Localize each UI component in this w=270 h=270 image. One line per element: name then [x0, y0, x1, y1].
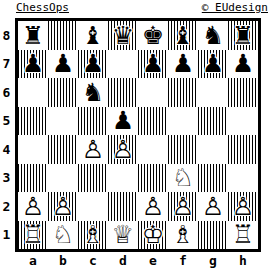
piece-halo: ♜	[18, 221, 48, 250]
square-a2[interactable]: ♟♙	[18, 192, 48, 221]
black-queen-piece: ♛	[108, 21, 138, 50]
white-queen-piece: ♕	[108, 221, 138, 250]
square-g3[interactable]	[198, 164, 228, 193]
piece-halo: ♜	[228, 21, 258, 50]
piece-halo: ♚	[138, 21, 168, 50]
rank-label-7: 7	[0, 50, 13, 79]
square-d6[interactable]	[108, 78, 138, 107]
black-pawn-piece: ♟	[198, 50, 228, 79]
square-b8[interactable]	[48, 21, 78, 50]
square-c1[interactable]: ♝♗	[78, 221, 108, 250]
square-e7[interactable]: ♟♟	[138, 50, 168, 79]
app-title: ChessOps	[16, 1, 69, 14]
rank-label-5: 5	[0, 107, 13, 136]
piece-halo: ♞	[78, 78, 108, 107]
square-g6[interactable]	[198, 78, 228, 107]
piece-halo: ♟	[228, 192, 258, 221]
square-b3[interactable]	[48, 164, 78, 193]
credit-text: © EUdesign	[202, 1, 268, 14]
piece-halo: ♟	[48, 192, 78, 221]
square-h6[interactable]	[228, 78, 258, 107]
white-pawn-piece: ♙	[138, 192, 168, 221]
file-label-a: a	[18, 253, 48, 268]
black-pawn-piece: ♟	[108, 107, 138, 136]
chess-board: ♜♜♝♝♛♛♚♚♝♝♞♞♜♜♟♟♟♟♟♟♟♟♟♟♟♟♟♟♞♞♟♟♟♙♟♙♞♘♟♙…	[18, 21, 258, 249]
piece-halo: ♟	[108, 107, 138, 136]
square-g4[interactable]	[198, 135, 228, 164]
square-c6[interactable]: ♞♞	[78, 78, 108, 107]
rank-label-1: 1	[0, 221, 13, 250]
square-d8[interactable]: ♛♛	[108, 21, 138, 50]
square-e3[interactable]	[138, 164, 168, 193]
square-b6[interactable]	[48, 78, 78, 107]
black-king-piece: ♚	[138, 21, 168, 50]
white-knight-piece: ♘	[48, 221, 78, 250]
square-e1[interactable]: ♚♔	[138, 221, 168, 250]
square-c3[interactable]	[78, 164, 108, 193]
white-pawn-piece: ♙	[228, 192, 258, 221]
square-h8[interactable]: ♜♜	[228, 21, 258, 50]
rank-label-2: 2	[0, 192, 13, 221]
white-rook-piece: ♖	[18, 221, 48, 250]
square-b1[interactable]: ♞♘	[48, 221, 78, 250]
piece-halo: ♟	[168, 192, 198, 221]
white-pawn-piece: ♙	[18, 192, 48, 221]
piece-halo: ♟	[198, 50, 228, 79]
square-a8[interactable]: ♜♜	[18, 21, 48, 50]
square-b5[interactable]	[48, 107, 78, 136]
square-f5[interactable]	[168, 107, 198, 136]
square-h1[interactable]: ♜♖	[228, 221, 258, 250]
piece-halo: ♟	[78, 50, 108, 79]
piece-halo: ♟	[48, 50, 78, 79]
piece-halo: ♟	[168, 50, 198, 79]
piece-halo: ♞	[198, 21, 228, 50]
square-d2[interactable]	[108, 192, 138, 221]
square-h2[interactable]: ♟♙	[228, 192, 258, 221]
file-label-b: b	[48, 253, 78, 268]
piece-halo: ♝	[168, 21, 198, 50]
white-bishop-piece: ♗	[78, 221, 108, 250]
square-a1[interactable]: ♜♖	[18, 221, 48, 250]
square-b2[interactable]: ♟♙	[48, 192, 78, 221]
black-rook-piece: ♜	[18, 21, 48, 50]
piece-halo: ♝	[168, 221, 198, 250]
square-h5[interactable]	[228, 107, 258, 136]
piece-halo: ♞	[168, 164, 198, 193]
black-knight-piece: ♞	[198, 21, 228, 50]
square-e2[interactable]: ♟♙	[138, 192, 168, 221]
square-f1[interactable]: ♝♗	[168, 221, 198, 250]
piece-halo: ♟	[108, 135, 138, 164]
square-h4[interactable]	[228, 135, 258, 164]
square-d7[interactable]	[108, 50, 138, 79]
white-pawn-piece: ♙	[108, 135, 138, 164]
file-label-c: c	[78, 253, 108, 268]
white-pawn-piece: ♙	[78, 135, 108, 164]
square-h3[interactable]	[228, 164, 258, 193]
piece-halo: ♟	[138, 50, 168, 79]
black-pawn-piece: ♟	[138, 50, 168, 79]
piece-halo: ♟	[78, 135, 108, 164]
rank-label-4: 4	[0, 135, 13, 164]
square-c4[interactable]: ♟♙	[78, 135, 108, 164]
file-label-g: g	[198, 253, 228, 268]
square-g5[interactable]	[198, 107, 228, 136]
square-g7[interactable]: ♟♟	[198, 50, 228, 79]
piece-halo: ♟	[228, 50, 258, 79]
square-c7[interactable]: ♟♟	[78, 50, 108, 79]
square-e6[interactable]	[138, 78, 168, 107]
square-d1[interactable]: ♛♕	[108, 221, 138, 250]
square-a3[interactable]	[18, 164, 48, 193]
square-g8[interactable]: ♞♞	[198, 21, 228, 50]
black-pawn-piece: ♟	[48, 50, 78, 79]
black-bishop-piece: ♝	[168, 21, 198, 50]
piece-halo: ♟	[18, 50, 48, 79]
square-f2[interactable]: ♟♙	[168, 192, 198, 221]
file-label-e: e	[138, 253, 168, 268]
square-a7[interactable]: ♟♟	[18, 50, 48, 79]
rank-label-6: 6	[0, 78, 13, 107]
white-rook-piece: ♖	[228, 221, 258, 250]
square-e4[interactable]	[138, 135, 168, 164]
piece-halo: ♜	[228, 221, 258, 250]
file-label-h: h	[228, 253, 258, 268]
square-f3[interactable]: ♞♘	[168, 164, 198, 193]
square-c2[interactable]	[78, 192, 108, 221]
board-frame: ♜♜♝♝♛♛♚♚♝♝♞♞♜♜♟♟♟♟♟♟♟♟♟♟♟♟♟♟♞♞♟♟♟♙♟♙♞♘♟♙…	[15, 18, 261, 252]
piece-halo: ♛	[108, 221, 138, 250]
white-bishop-piece: ♗	[168, 221, 198, 250]
piece-halo: ♝	[78, 221, 108, 250]
square-a6[interactable]	[18, 78, 48, 107]
square-d3[interactable]	[108, 164, 138, 193]
black-pawn-piece: ♟	[168, 50, 198, 79]
piece-halo: ♟	[198, 192, 228, 221]
white-king-piece: ♔	[138, 221, 168, 250]
piece-halo: ♛	[108, 21, 138, 50]
square-e5[interactable]	[138, 107, 168, 136]
square-f6[interactable]	[168, 78, 198, 107]
square-b7[interactable]: ♟♟	[48, 50, 78, 79]
black-pawn-piece: ♟	[18, 50, 48, 79]
square-f7[interactable]: ♟♟	[168, 50, 198, 79]
square-c5[interactable]	[78, 107, 108, 136]
piece-halo: ♟	[18, 192, 48, 221]
square-d5[interactable]: ♟♟	[108, 107, 138, 136]
black-bishop-piece: ♝	[78, 21, 108, 50]
black-rook-piece: ♜	[228, 21, 258, 50]
rank-label-8: 8	[0, 21, 13, 50]
piece-halo: ♜	[18, 21, 48, 50]
square-g1[interactable]	[198, 221, 228, 250]
piece-halo: ♝	[78, 21, 108, 50]
white-pawn-piece: ♙	[198, 192, 228, 221]
square-a4[interactable]	[18, 135, 48, 164]
white-pawn-piece: ♙	[168, 192, 198, 221]
black-pawn-piece: ♟	[78, 50, 108, 79]
white-knight-piece: ♘	[168, 164, 198, 193]
rank-label-3: 3	[0, 164, 13, 193]
piece-halo: ♟	[138, 192, 168, 221]
square-b4[interactable]	[48, 135, 78, 164]
square-e8[interactable]: ♚♚	[138, 21, 168, 50]
piece-halo: ♚	[138, 221, 168, 250]
black-pawn-piece: ♟	[228, 50, 258, 79]
chessops-diagram: { "header": { "app_name": "ChessOps", "c…	[0, 0, 270, 270]
file-label-d: d	[108, 253, 138, 268]
square-g2[interactable]: ♟♙	[198, 192, 228, 221]
square-f8[interactable]: ♝♝	[168, 21, 198, 50]
square-a5[interactable]	[18, 107, 48, 136]
white-pawn-piece: ♙	[48, 192, 78, 221]
square-f4[interactable]	[168, 135, 198, 164]
square-d4[interactable]: ♟♙	[108, 135, 138, 164]
square-c8[interactable]: ♝♝	[78, 21, 108, 50]
file-label-f: f	[168, 253, 198, 268]
piece-halo: ♞	[48, 221, 78, 250]
black-knight-piece: ♞	[78, 78, 108, 107]
square-h7[interactable]: ♟♟	[228, 50, 258, 79]
